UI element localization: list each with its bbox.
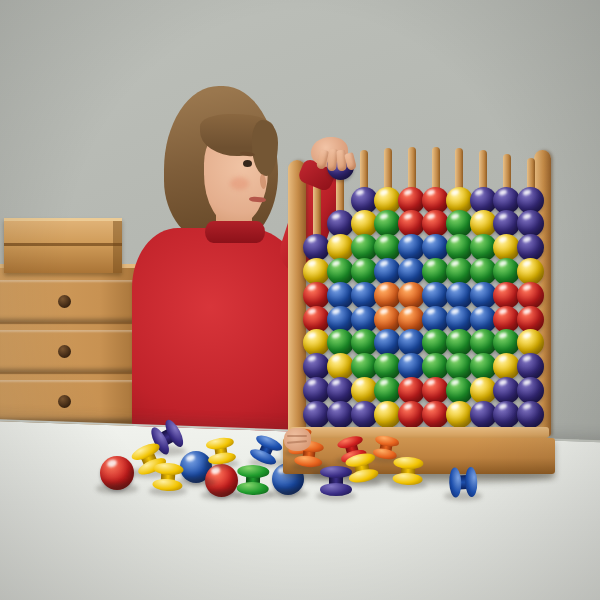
ball-highlight — [308, 284, 317, 291]
ball-highlight — [522, 308, 531, 315]
ball-highlight — [522, 212, 531, 219]
ball-r10c10-violet[interactable] — [517, 401, 544, 428]
ball-highlight — [379, 355, 388, 362]
ball-highlight — [355, 331, 364, 338]
ball-highlight — [379, 212, 388, 219]
spool-flange — [237, 464, 269, 478]
cabinet-drawer-1[interactable] — [0, 280, 134, 322]
ball-highlight — [186, 454, 196, 463]
ball-highlight — [355, 355, 364, 362]
ball-highlight — [403, 331, 412, 338]
ball-r9c7-green[interactable] — [446, 377, 473, 404]
ball-r10c1-violet[interactable] — [303, 401, 330, 428]
loose-spool-peg-yellow[interactable] — [152, 462, 184, 493]
ball-r5c10-red[interactable] — [517, 282, 544, 309]
ball-highlight — [427, 189, 436, 196]
ball-highlight — [308, 379, 317, 386]
ball-highlight — [522, 236, 531, 243]
wooden-box-on-cabinet — [4, 218, 122, 273]
ball-highlight — [403, 308, 412, 315]
ball-highlight — [498, 308, 507, 315]
ball-r10c7-yellow[interactable] — [446, 401, 473, 428]
spool-flange — [294, 454, 323, 468]
ball-r4c7-green[interactable] — [446, 258, 473, 285]
ball-highlight — [451, 403, 460, 410]
ball-highlight — [474, 284, 483, 291]
spool-flange — [320, 483, 352, 496]
ball-highlight — [332, 236, 341, 243]
ball-highlight — [522, 379, 531, 386]
drawer-knob-icon[interactable] — [58, 295, 71, 308]
spool-flange — [448, 467, 461, 497]
wooden-drawer-cabinet — [0, 264, 146, 438]
loose-spool-peg-blue[interactable] — [448, 466, 478, 497]
ball-r4c2-green[interactable] — [327, 258, 354, 285]
ball-r9c1-violet[interactable] — [303, 377, 330, 404]
ball-highlight — [403, 284, 412, 291]
board-base-top — [290, 427, 549, 438]
ball-highlight — [332, 212, 341, 219]
ball-highlight — [474, 308, 483, 315]
ball-highlight — [355, 284, 364, 291]
ball-highlight — [379, 379, 388, 386]
ball-r9c2-violet[interactable] — [327, 377, 354, 404]
ball-highlight — [498, 403, 507, 410]
ball-highlight — [308, 308, 317, 315]
cabinet-drawer-3[interactable] — [0, 380, 134, 422]
ball-highlight — [379, 403, 388, 410]
ball-r10c6-red[interactable] — [422, 401, 449, 428]
ball-highlight — [355, 260, 364, 267]
ball-highlight — [403, 212, 412, 219]
ball-highlight — [474, 260, 483, 267]
drawer-knob-icon[interactable] — [58, 395, 71, 408]
ball-highlight — [332, 308, 341, 315]
ball-highlight — [498, 212, 507, 219]
ball-highlight — [355, 236, 364, 243]
ball-highlight — [474, 331, 483, 338]
ball-highlight — [403, 236, 412, 243]
ball-highlight — [379, 284, 388, 291]
ball-r5c1-red[interactable] — [303, 282, 330, 309]
ball-highlight — [403, 189, 412, 196]
ball-highlight — [379, 236, 388, 243]
ball-r4c1-yellow[interactable] — [303, 258, 330, 285]
child-cheek — [230, 177, 249, 190]
ball-highlight — [451, 236, 460, 243]
ball-highlight — [498, 189, 507, 196]
piece-shadow — [268, 489, 308, 499]
child-left-hand — [284, 428, 311, 451]
loose-spool-peg-violet[interactable] — [320, 466, 352, 496]
ball-highlight — [427, 355, 436, 362]
ball-highlight — [522, 355, 531, 362]
ball-highlight — [106, 459, 117, 468]
child-sweater-collar — [205, 221, 265, 243]
ball-r4c10-yellow[interactable] — [517, 258, 544, 285]
ball-highlight — [498, 236, 507, 243]
ball-highlight — [355, 189, 364, 196]
ball-highlight — [427, 331, 436, 338]
spool-flange — [236, 482, 268, 496]
ball-highlight — [403, 355, 412, 362]
ball-highlight — [355, 308, 364, 315]
ball-highlight — [522, 403, 531, 410]
ball-highlight — [403, 379, 412, 386]
ball-highlight — [474, 236, 483, 243]
box-end-cap — [113, 221, 122, 273]
spool-flange — [153, 462, 184, 476]
ball-highlight — [379, 260, 388, 267]
ball-highlight — [522, 189, 531, 196]
ball-highlight — [427, 212, 436, 219]
ball-highlight — [379, 308, 388, 315]
ball-highlight — [522, 260, 531, 267]
ball-highlight — [403, 260, 412, 267]
ball-highlight — [379, 189, 388, 196]
cabinet-drawer-2[interactable] — [0, 330, 134, 372]
ball-highlight — [451, 284, 460, 291]
spool-flange — [320, 466, 352, 479]
ball-highlight — [332, 284, 341, 291]
ball-highlight — [498, 331, 507, 338]
ball-highlight — [474, 379, 483, 386]
photo-scene — [0, 0, 600, 600]
ball-highlight — [427, 403, 436, 410]
ball-highlight — [451, 379, 460, 386]
spool-flange — [152, 478, 183, 492]
ball-highlight — [332, 379, 341, 386]
loose-spool-peg-yellow[interactable] — [392, 456, 423, 486]
loose-spool-peg-green[interactable] — [236, 464, 269, 495]
ball-highlight — [474, 212, 483, 219]
ball-highlight — [474, 355, 483, 362]
ball-highlight — [332, 260, 341, 267]
ball-highlight — [332, 355, 341, 362]
spool-flange — [392, 472, 423, 486]
child-eye — [243, 160, 252, 167]
ball-r5c7-blue[interactable] — [446, 282, 473, 309]
ball-highlight — [403, 403, 412, 410]
ball-r9c6-red[interactable] — [422, 377, 449, 404]
ball-highlight — [474, 403, 483, 410]
ball-highlight — [451, 189, 460, 196]
ball-highlight — [379, 331, 388, 338]
ball-highlight — [355, 212, 364, 219]
ball-highlight — [451, 355, 460, 362]
ball-highlight — [427, 260, 436, 267]
ball-highlight — [427, 308, 436, 315]
ball-highlight — [332, 403, 341, 410]
ball-highlight — [427, 236, 436, 243]
ball-highlight — [522, 331, 531, 338]
ball-highlight — [451, 260, 460, 267]
ball-highlight — [451, 212, 460, 219]
ball-highlight — [451, 331, 460, 338]
ball-highlight — [498, 355, 507, 362]
ball-highlight — [498, 260, 507, 267]
finger-line — [287, 435, 307, 437]
ball-highlight — [332, 331, 341, 338]
ball-highlight — [308, 355, 317, 362]
loose-spool-peg-yellow[interactable] — [205, 436, 236, 466]
spool-flange — [393, 456, 424, 470]
ball-highlight — [498, 284, 507, 291]
ball-highlight — [308, 236, 317, 243]
spool-flange — [465, 466, 478, 496]
drawer-knob-icon[interactable] — [58, 345, 71, 358]
ball-r9c10-violet[interactable] — [517, 377, 544, 404]
ball-highlight — [522, 284, 531, 291]
ball-r5c2-blue[interactable] — [327, 282, 354, 309]
ball-r4c6-green[interactable] — [422, 258, 449, 285]
ball-highlight — [355, 379, 364, 386]
ball-highlight — [474, 189, 483, 196]
ball-highlight — [355, 403, 364, 410]
ball-highlight — [308, 260, 317, 267]
ball-highlight — [427, 379, 436, 386]
ball-r10c2-violet[interactable] — [327, 401, 354, 428]
ball-r5c6-blue[interactable] — [422, 282, 449, 309]
ball-highlight — [308, 331, 317, 338]
ball-highlight — [498, 379, 507, 386]
box-lid-seam — [4, 243, 122, 246]
ball-highlight — [427, 284, 436, 291]
ball-highlight — [308, 403, 317, 410]
ball-highlight — [451, 308, 460, 315]
